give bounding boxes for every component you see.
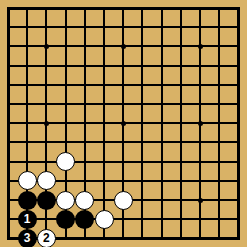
stone-black-numbered[interactable]: 1 [18, 210, 37, 229]
stone-black[interactable] [37, 191, 56, 210]
move-number: 3 [24, 232, 31, 244]
stone-white-numbered[interactable]: 2 [37, 229, 56, 247]
stone-white[interactable] [56, 191, 75, 210]
star-point [198, 44, 203, 49]
stone-white[interactable] [95, 210, 114, 229]
stone-black[interactable] [56, 210, 75, 229]
move-number: 1 [24, 213, 31, 225]
stone-white[interactable] [18, 171, 37, 190]
move-number: 2 [43, 232, 50, 244]
star-point [121, 121, 126, 126]
star-point [44, 44, 49, 49]
stone-black[interactable] [75, 210, 94, 229]
stone-white[interactable] [75, 191, 94, 210]
star-point [121, 44, 126, 49]
stone-white[interactable] [114, 191, 133, 210]
stone-black-numbered[interactable]: 3 [18, 229, 37, 247]
go-board[interactable]: 132 [0, 0, 247, 247]
stone-black[interactable] [18, 191, 37, 210]
star-point [198, 198, 203, 203]
star-point [198, 121, 203, 126]
star-point [44, 121, 49, 126]
